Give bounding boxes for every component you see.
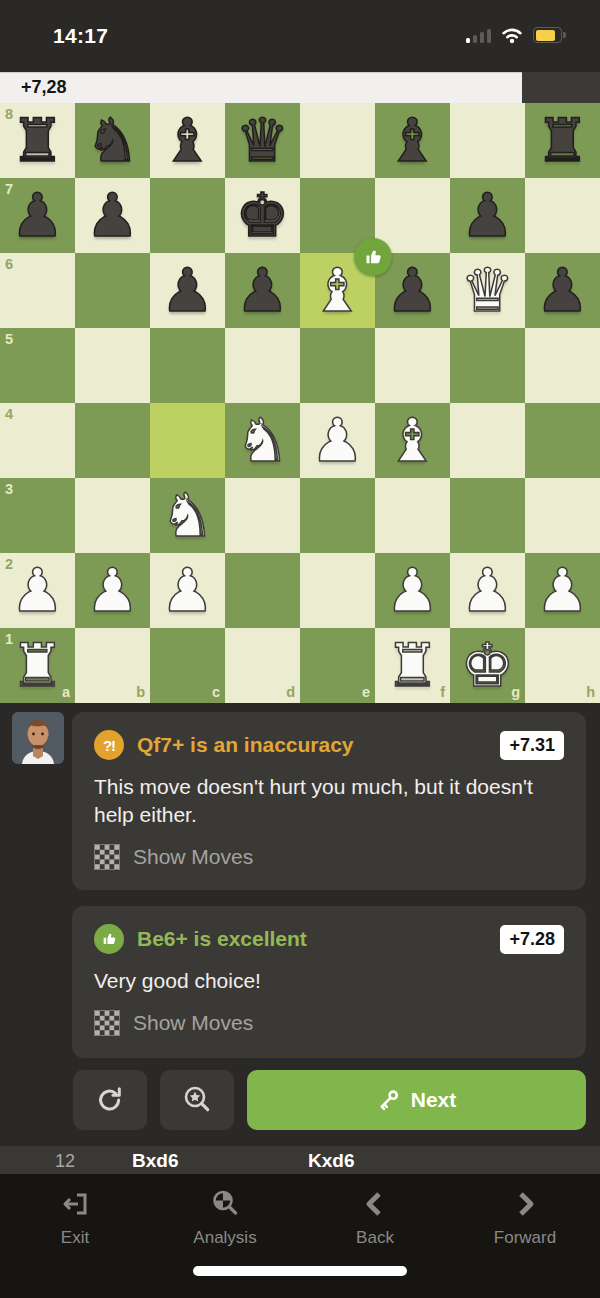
white-move: Bxd6 xyxy=(132,1150,178,1172)
square-c1[interactable]: c xyxy=(150,628,225,703)
file-label-b: b xyxy=(136,685,145,700)
square-a6[interactable]: 6 xyxy=(0,253,75,328)
square-b6[interactable] xyxy=(75,253,150,328)
file-label-a: a xyxy=(62,685,70,700)
square-f4[interactable]: ♝ xyxy=(375,403,450,478)
black-pawn-h6: ♟ xyxy=(525,253,600,328)
square-f2[interactable]: ♟ xyxy=(375,553,450,628)
square-g3[interactable] xyxy=(450,478,525,553)
black-king-d7: ♚ xyxy=(225,178,300,253)
square-g6[interactable]: ♛ xyxy=(450,253,525,328)
mini-board-icon xyxy=(94,1010,120,1036)
square-a4[interactable]: 4 xyxy=(0,403,75,478)
square-d3[interactable] xyxy=(225,478,300,553)
excellent-thumbs-up-icon xyxy=(94,924,124,954)
key-icon xyxy=(377,1088,401,1112)
home-indicator[interactable] xyxy=(193,1266,407,1276)
analysis-label: Analysis xyxy=(193,1228,256,1248)
next-button-label: Next xyxy=(411,1088,457,1112)
white-bishop-f4: ♝ xyxy=(375,403,450,478)
wifi-icon xyxy=(500,26,524,44)
evaluation-bar: +7,28 xyxy=(0,72,600,103)
battery-fill xyxy=(536,30,555,41)
magnifier-star-icon xyxy=(180,1083,214,1117)
square-a1[interactable]: 1a♜ xyxy=(0,628,75,703)
black-pawn-d6: ♟ xyxy=(225,253,300,328)
square-c7[interactable] xyxy=(150,178,225,253)
retry-icon xyxy=(94,1084,126,1116)
status-icons xyxy=(466,26,563,44)
square-g2[interactable]: ♟ xyxy=(450,553,525,628)
rank-label-4: 4 xyxy=(5,407,13,422)
white-knight-d4: ♞ xyxy=(225,403,300,478)
square-a5[interactable]: 5 xyxy=(0,328,75,403)
show-moves-label: Show Moves xyxy=(133,1011,253,1035)
white-knight-c3: ♞ xyxy=(150,478,225,553)
black-pawn-c6: ♟ xyxy=(150,253,225,328)
square-h6[interactable]: ♟ xyxy=(525,253,600,328)
evaluation-score: +7,28 xyxy=(21,77,67,98)
forward-label: Forward xyxy=(494,1228,556,1248)
move-list-row[interactable]: 12 Bxd6 Kxd6 xyxy=(0,1146,600,1174)
analysis-icon xyxy=(208,1187,242,1221)
square-e1[interactable]: e xyxy=(300,628,375,703)
square-g1[interactable]: g♚ xyxy=(450,628,525,703)
square-b3[interactable] xyxy=(75,478,150,553)
card-title: Qf7+ is an inaccuracy xyxy=(137,733,354,757)
square-h8[interactable]: ♜ xyxy=(525,103,600,178)
next-button[interactable]: Next xyxy=(247,1070,586,1130)
black-knight-b8: ♞ xyxy=(75,103,150,178)
square-g4[interactable] xyxy=(450,403,525,478)
square-f7[interactable] xyxy=(375,178,450,253)
square-e4[interactable]: ♟ xyxy=(300,403,375,478)
thumbs-up-move-badge xyxy=(354,238,392,276)
square-h1[interactable]: h xyxy=(525,628,600,703)
square-h3[interactable] xyxy=(525,478,600,553)
file-label-f: f xyxy=(440,685,445,700)
status-bar: 14:17 xyxy=(0,0,600,72)
square-b2[interactable]: ♟ xyxy=(75,553,150,628)
rank-label-7: 7 xyxy=(5,182,13,197)
black-pawn-g7: ♟ xyxy=(450,178,525,253)
square-b7[interactable]: ♟ xyxy=(75,178,150,253)
exit-label: Exit xyxy=(61,1228,89,1248)
square-d5[interactable] xyxy=(225,328,300,403)
analysis-button[interactable]: Analysis xyxy=(150,1174,300,1298)
file-label-e: e xyxy=(362,685,370,700)
show-moves-button[interactable]: Show Moves xyxy=(94,844,564,870)
square-a7[interactable]: 7♟ xyxy=(0,178,75,253)
chess-board[interactable]: 8♜♞♝♛♝♜7♟♟♚♟6♟♟♝♟♛♟54♞♟♝3♞2♟♟♟♟♟♟1a♜bcde… xyxy=(0,103,600,703)
white-pawn-g2: ♟ xyxy=(450,553,525,628)
square-e2[interactable] xyxy=(300,553,375,628)
black-bishop-f8: ♝ xyxy=(375,103,450,178)
square-b4[interactable] xyxy=(75,403,150,478)
square-f3[interactable] xyxy=(375,478,450,553)
eval-badge: +7.28 xyxy=(500,925,564,954)
square-e5[interactable] xyxy=(300,328,375,403)
square-d6[interactable]: ♟ xyxy=(225,253,300,328)
card-body-text: Very good choice! xyxy=(94,967,564,995)
game-review-button[interactable] xyxy=(160,1070,234,1130)
file-label-c: c xyxy=(212,685,220,700)
rank-label-2: 2 xyxy=(5,557,13,572)
square-c3[interactable]: ♞ xyxy=(150,478,225,553)
square-d2[interactable] xyxy=(225,553,300,628)
square-d8[interactable]: ♛ xyxy=(225,103,300,178)
card-body-text: This move doesn't hurt you much, but it … xyxy=(94,773,564,829)
analysis-card-inaccuracy: ?! Qf7+ is an inaccuracy +7.31 This move… xyxy=(72,712,586,890)
square-h2[interactable]: ♟ xyxy=(525,553,600,628)
eval-badge: +7.31 xyxy=(500,731,564,760)
signal-strength-icon xyxy=(466,27,492,43)
battery-icon xyxy=(533,27,562,43)
card-title: Be6+ is excellent xyxy=(137,927,307,951)
square-e8[interactable] xyxy=(300,103,375,178)
clock-time: 14:17 xyxy=(53,24,108,48)
square-c2[interactable]: ♟ xyxy=(150,553,225,628)
square-a8[interactable]: 8♜ xyxy=(0,103,75,178)
square-f5[interactable] xyxy=(375,328,450,403)
square-a3[interactable]: 3 xyxy=(0,478,75,553)
white-queen-g6: ♛ xyxy=(450,253,525,328)
square-d1[interactable]: d xyxy=(225,628,300,703)
square-g8[interactable] xyxy=(450,103,525,178)
mini-board-icon xyxy=(94,844,120,870)
white-pawn-b2: ♟ xyxy=(75,553,150,628)
black-queen-d8: ♛ xyxy=(225,103,300,178)
retry-button[interactable] xyxy=(73,1070,147,1130)
black-move: Kxd6 xyxy=(308,1150,354,1172)
square-c5[interactable] xyxy=(150,328,225,403)
square-d4[interactable]: ♞ xyxy=(225,403,300,478)
evaluation-bar-white-fill xyxy=(0,72,522,103)
forward-button[interactable]: Forward xyxy=(450,1174,600,1298)
white-pawn-e4: ♟ xyxy=(300,403,375,478)
chevron-right-icon xyxy=(508,1187,542,1221)
rank-label-1: 1 xyxy=(5,632,13,647)
black-pawn-b7: ♟ xyxy=(75,178,150,253)
file-label-g: g xyxy=(511,685,520,700)
move-number: 12 xyxy=(55,1151,75,1172)
chevron-left-icon xyxy=(358,1187,392,1221)
square-f1[interactable]: f♜ xyxy=(375,628,450,703)
square-e3[interactable] xyxy=(300,478,375,553)
white-rook-f1: ♜ xyxy=(375,628,450,703)
square-c4[interactable] xyxy=(150,403,225,478)
show-moves-button[interactable]: Show Moves xyxy=(94,1010,564,1036)
exit-button[interactable]: Exit xyxy=(0,1174,150,1298)
white-pawn-f2: ♟ xyxy=(375,553,450,628)
inaccuracy-icon: ?! xyxy=(94,730,124,760)
square-c8[interactable]: ♝ xyxy=(150,103,225,178)
square-h7[interactable] xyxy=(525,178,600,253)
black-rook-h8: ♜ xyxy=(525,103,600,178)
square-h5[interactable] xyxy=(525,328,600,403)
black-bishop-c8: ♝ xyxy=(150,103,225,178)
white-pawn-h2: ♟ xyxy=(525,553,600,628)
square-b5[interactable] xyxy=(75,328,150,403)
file-label-h: h xyxy=(586,685,595,700)
back-label: Back xyxy=(356,1228,394,1248)
file-label-d: d xyxy=(286,685,295,700)
bottom-toolbar: Exit Analysis Back Forward xyxy=(0,1174,600,1298)
square-a2[interactable]: 2♟ xyxy=(0,553,75,628)
rank-label-6: 6 xyxy=(5,257,13,272)
show-moves-label: Show Moves xyxy=(133,845,253,869)
analysis-card-excellent: Be6+ is excellent +7.28 Very good choice… xyxy=(72,906,586,1058)
square-d7[interactable]: ♚ xyxy=(225,178,300,253)
exit-icon xyxy=(58,1187,92,1221)
square-g5[interactable] xyxy=(450,328,525,403)
square-g7[interactable]: ♟ xyxy=(450,178,525,253)
square-b1[interactable]: b xyxy=(75,628,150,703)
back-button[interactable]: Back xyxy=(300,1174,450,1298)
square-b8[interactable]: ♞ xyxy=(75,103,150,178)
rank-label-5: 5 xyxy=(5,332,13,347)
rank-label-3: 3 xyxy=(5,482,13,497)
player-avatar xyxy=(12,712,64,764)
square-f8[interactable]: ♝ xyxy=(375,103,450,178)
rank-label-8: 8 xyxy=(5,107,13,122)
white-pawn-c2: ♟ xyxy=(150,553,225,628)
square-c6[interactable]: ♟ xyxy=(150,253,225,328)
square-h4[interactable] xyxy=(525,403,600,478)
